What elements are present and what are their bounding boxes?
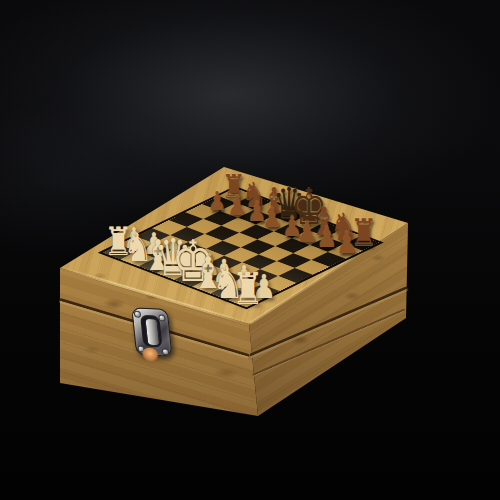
- screw-icon: [134, 311, 142, 318]
- screw-icon: [158, 314, 166, 321]
- screw-icon: [162, 348, 170, 355]
- chess-box-photo-scene: ♜♞♟♝♟♛♟♚♟♝♟♞♟♜♟♟♟♟♜♟♞♟♝♟♛♟♚♟♝♟♞♜: [0, 0, 500, 500]
- clasp-latch: [127, 305, 177, 360]
